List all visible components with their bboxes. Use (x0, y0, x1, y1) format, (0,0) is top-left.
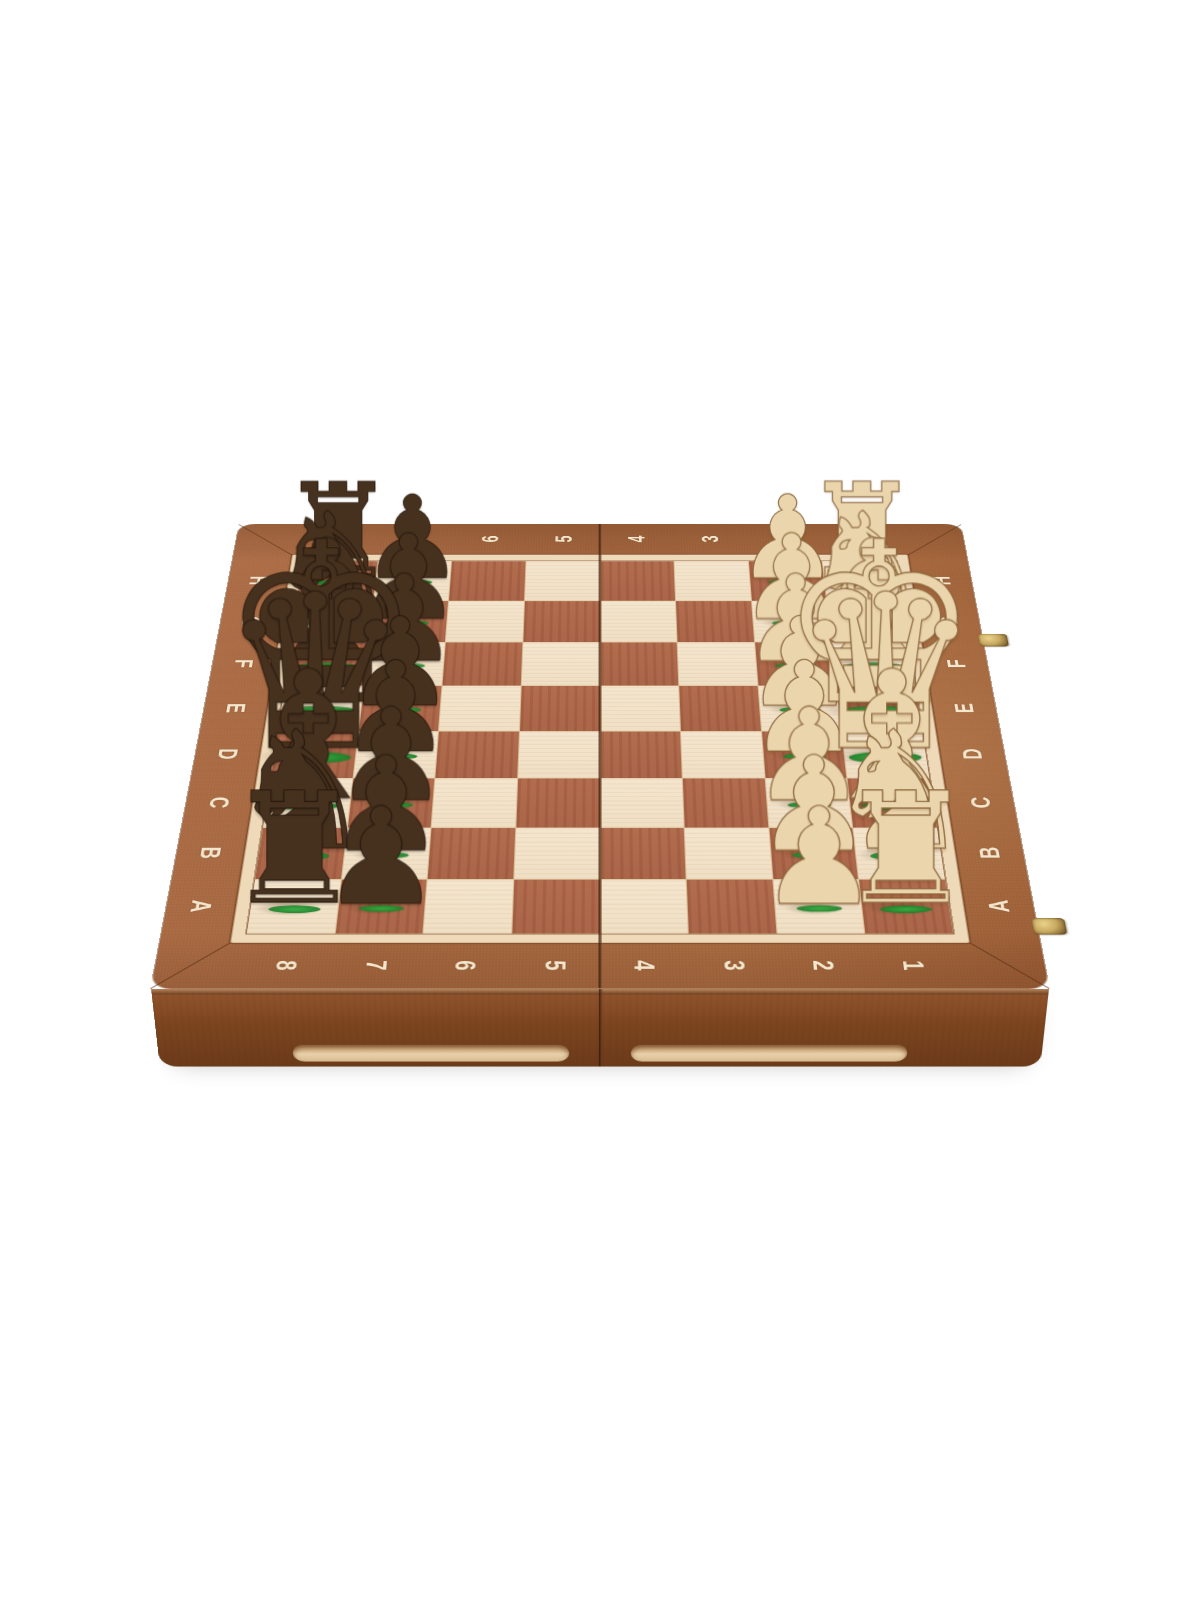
square-g5 (523, 601, 599, 642)
rank-label-near-6: 6 (451, 960, 480, 970)
square-a1: ♜ (860, 880, 953, 934)
square-h4 (600, 561, 675, 600)
rank-label-far-4: 4 (625, 536, 649, 543)
rank-label-far-3: 3 (698, 536, 722, 543)
rank-label-near-1: 1 (898, 960, 928, 970)
frame-mitre-joint (969, 942, 1050, 989)
square-a7: ♟ (335, 880, 426, 934)
rank-label-near-3: 3 (720, 960, 749, 970)
product-photo-stage: ♜♟♟♜♞♟♟♞♝♟♟♝♚♟♟♚♛♟♟♛♝♟♟♝♞♟♟♞♜♟♟♜ HHGGFFE… (0, 0, 1200, 1600)
perspective-scene: ♜♟♟♜♞♟♟♞♝♟♟♝♚♟♟♚♛♟♟♛♝♟♟♝♞♟♟♞♜♟♟♜ HHGGFFE… (0, 0, 1200, 1600)
square-c5 (516, 779, 599, 828)
box-front-groove-left (292, 1045, 569, 1062)
box-front-seam (598, 989, 601, 1067)
frame-mitre-joint (150, 942, 231, 989)
square-h5 (525, 561, 600, 600)
square-a5 (512, 880, 599, 934)
square-b4 (601, 828, 686, 879)
rank-label-near-2: 2 (809, 960, 839, 970)
square-b5 (514, 828, 599, 879)
file-label-right-A: A (984, 900, 1014, 913)
square-e4 (600, 686, 680, 731)
square-a4 (601, 880, 688, 934)
rank-label-near-5: 5 (541, 960, 570, 970)
square-d5 (518, 731, 599, 778)
square-e5 (520, 686, 600, 731)
box-front-groove-right (631, 1045, 908, 1062)
file-label-left-B: B (196, 847, 226, 859)
square-f5 (522, 643, 600, 686)
rank-label-far-5: 5 (552, 536, 576, 543)
box-front (151, 989, 1049, 1067)
chess-board: ♜♟♟♜♞♟♟♞♝♟♟♝♚♟♟♚♛♟♟♛♝♟♟♝♞♟♟♞♜♟♟♜ HHGGFFE… (151, 524, 1049, 988)
square-c4 (601, 779, 684, 828)
square-g4 (600, 601, 676, 642)
square-f4 (600, 643, 678, 686)
file-label-left-A: A (186, 900, 216, 913)
rank-label-far-6: 6 (478, 536, 502, 543)
rank-label-near-7: 7 (361, 960, 391, 970)
fold-seam (598, 524, 602, 988)
rank-label-near-4: 4 (630, 960, 659, 970)
file-label-right-B: B (975, 847, 1005, 859)
piece-black-pawn-a7: ♟ (321, 789, 442, 923)
brass-clasp-upper-icon (978, 634, 1009, 647)
brass-clasp-lower-icon (1031, 918, 1067, 934)
rank-label-near-8: 8 (272, 960, 302, 970)
piece-white-rook-a1: ♜ (837, 772, 975, 926)
square-d4 (601, 731, 682, 778)
